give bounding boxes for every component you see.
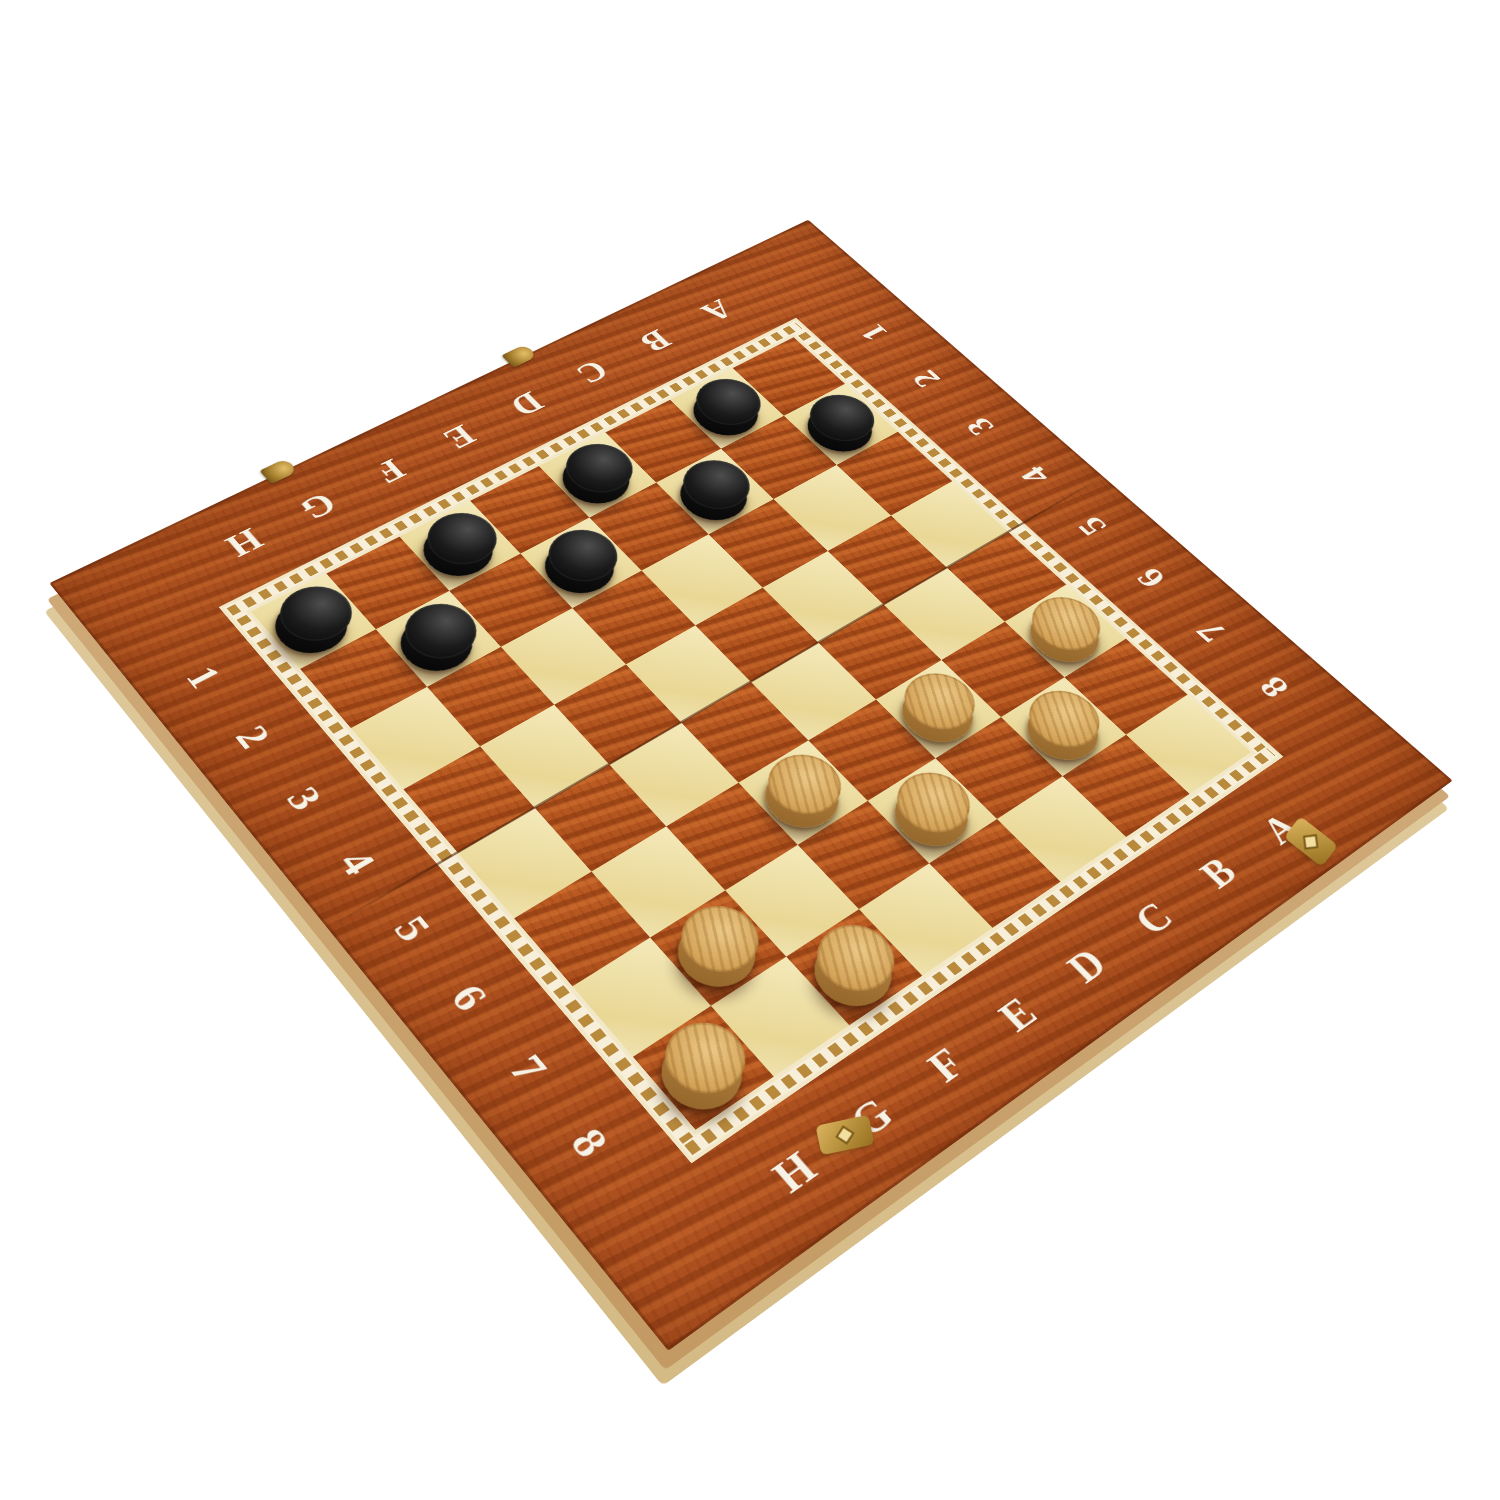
product-photo-scene: AABBCCDDEEFFGGHH1122334455667788	[0, 0, 1500, 1500]
game-board: AABBCCDDEEFFGGHH1122334455667788	[49, 220, 1453, 1351]
